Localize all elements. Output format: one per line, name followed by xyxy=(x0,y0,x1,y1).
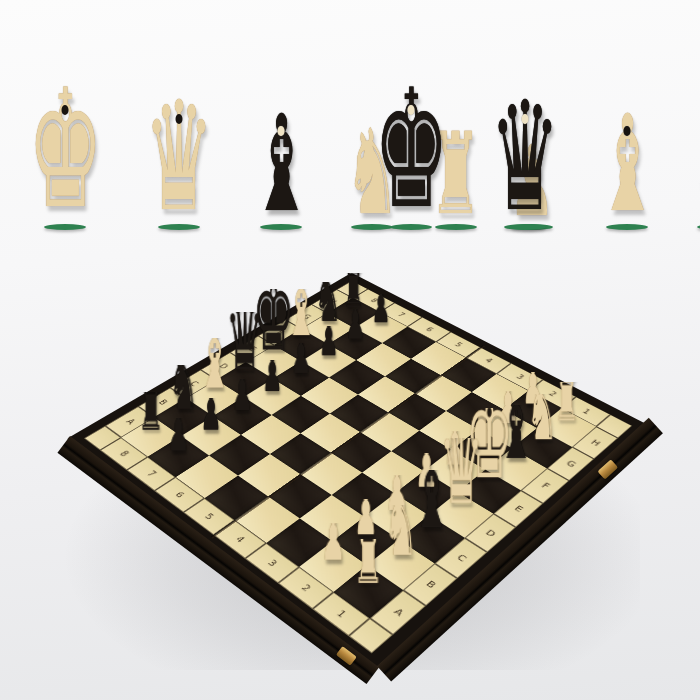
file-label-text: B xyxy=(423,579,437,590)
pawn-glyph: ♟ xyxy=(321,511,346,567)
file-label-text: C xyxy=(454,553,468,564)
black-king-sample[interactable]: ♚ xyxy=(354,106,469,230)
pawn-glyph: ♟ xyxy=(319,316,339,362)
black-queen-sample[interactable]: ♛ xyxy=(472,116,578,230)
rank-label-text: 3 xyxy=(265,558,279,569)
black-pawn-d7[interactable]: ♟ xyxy=(255,360,290,397)
rank-label-text: 4 xyxy=(483,357,494,364)
file-label-text: A xyxy=(391,606,406,618)
pawn-glyph: ♟ xyxy=(232,368,253,417)
rook-glyph: ♜ xyxy=(353,523,383,592)
rank-label-text: 8 xyxy=(117,449,130,458)
finial-dot xyxy=(62,105,69,115)
file-label-text: E xyxy=(512,504,525,513)
black-pawn-b7[interactable]: ♟ xyxy=(193,398,229,436)
king-glyph: ♚ xyxy=(28,72,104,228)
brass-clasp-left xyxy=(335,646,356,666)
king-glyph: ♚ xyxy=(374,72,450,228)
chess-set-photo-scene: ♚♛♝♞♜♟ ♚♛♝♞♜♟ ABCDEFGH8♜♞♝♛♚♝♞♜87♟♟♟♟♟♟♟… xyxy=(0,0,700,700)
rank-label-text: 6 xyxy=(424,326,435,332)
queen-glyph: ♛ xyxy=(144,85,214,228)
white-bishop-sample[interactable]: ♝ xyxy=(235,129,328,230)
file-label-text: G xyxy=(564,459,577,468)
white-queen-sample[interactable]: ♛ xyxy=(126,116,232,230)
pawn-glyph: ♟ xyxy=(346,299,366,344)
file-label-text: D xyxy=(483,527,497,538)
brass-clasp-right xyxy=(598,459,619,479)
pawn-glyph: ♟ xyxy=(371,284,390,328)
rank-label-text: 7 xyxy=(144,469,157,478)
rank-label-text: 5 xyxy=(453,341,464,348)
black-pawn-c7[interactable]: ♟ xyxy=(225,379,260,416)
bishop-glyph: ♝ xyxy=(596,102,658,228)
black-pawn-a7[interactable]: ♟ xyxy=(160,418,197,457)
pawn-glyph: ♟ xyxy=(291,332,311,379)
knight-glyph: ♞ xyxy=(691,116,700,228)
white-rook-a1[interactable]: ♜ xyxy=(343,539,393,592)
square-d6[interactable] xyxy=(272,396,330,434)
black-knight-sample[interactable]: ♞ xyxy=(677,141,700,230)
file-label-text: H xyxy=(589,438,602,447)
pawn-glyph: ♟ xyxy=(200,387,222,437)
rank-label-text: 5 xyxy=(202,511,216,521)
white-piece-lineup: ♚♛♝♞♜♟ xyxy=(8,46,350,230)
finial-dot xyxy=(408,105,415,115)
finial-dot xyxy=(278,126,285,136)
finial-dot xyxy=(521,114,528,124)
finial-dot xyxy=(175,114,182,124)
black-piece-lineup: ♚♛♝♞♜♟ xyxy=(354,46,696,230)
queen-glyph: ♛ xyxy=(490,85,560,228)
rank-label-text: 6 xyxy=(173,490,186,499)
black-bishop-sample[interactable]: ♝ xyxy=(581,129,674,230)
rank-label-text: 1 xyxy=(334,608,349,620)
rank-label-text: 2 xyxy=(299,582,313,593)
file-label-text: F xyxy=(539,481,551,490)
rank-label-text: 7 xyxy=(396,311,407,317)
white-king-sample[interactable]: ♚ xyxy=(8,106,123,230)
finial-dot xyxy=(624,126,631,136)
pawn-glyph: ♟ xyxy=(167,406,189,457)
bishop-glyph: ♝ xyxy=(250,102,312,228)
rank-label-text: 4 xyxy=(233,534,247,544)
pawn-glyph: ♟ xyxy=(262,350,283,398)
